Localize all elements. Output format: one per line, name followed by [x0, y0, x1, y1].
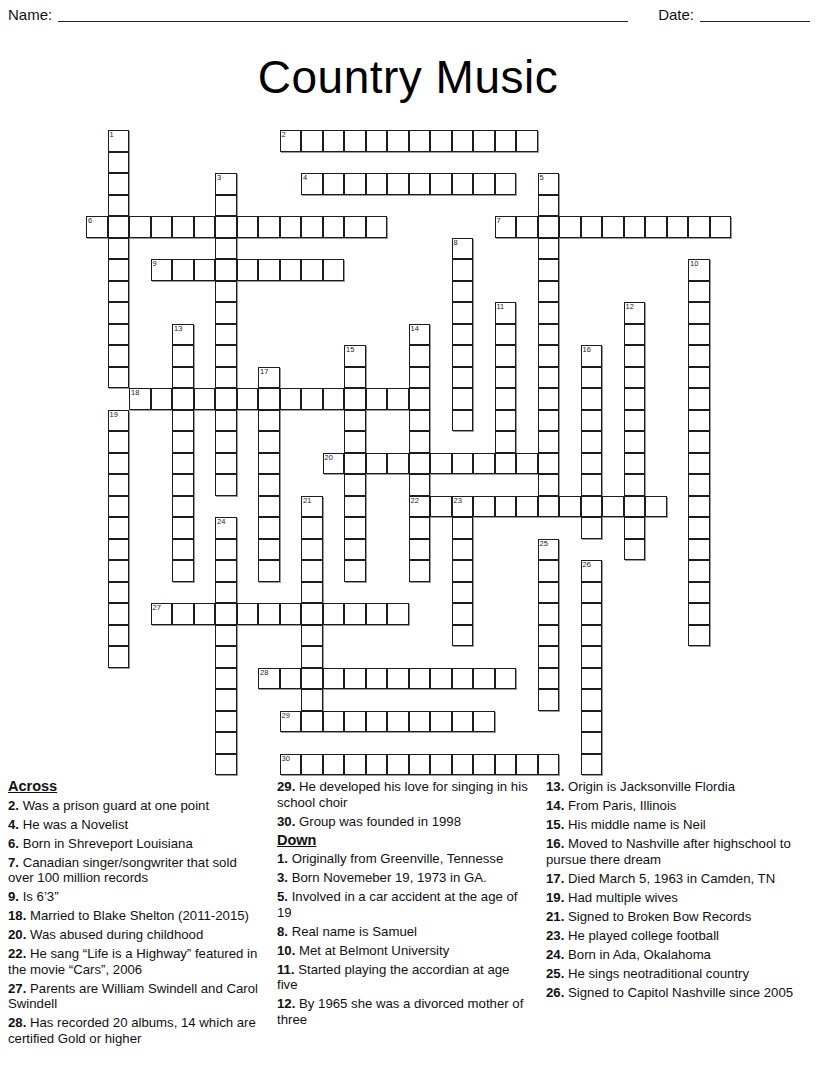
- grid-cell[interactable]: [323, 216, 345, 238]
- grid-cell[interactable]: [215, 539, 237, 561]
- grid-cell[interactable]: [387, 130, 409, 152]
- grid-cell[interactable]: [215, 259, 237, 281]
- grid-cell[interactable]: [409, 517, 431, 539]
- grid-cell[interactable]: [430, 130, 452, 152]
- grid-cell[interactable]: [452, 625, 474, 647]
- grid-cell[interactable]: [495, 410, 517, 432]
- grid-cell[interactable]: [237, 388, 259, 410]
- grid-cell[interactable]: [538, 281, 560, 303]
- grid-cell[interactable]: [581, 410, 603, 432]
- grid-cell[interactable]: [409, 410, 431, 432]
- grid-cell[interactable]: [538, 367, 560, 389]
- grid-cell[interactable]: [280, 668, 302, 690]
- grid-cell[interactable]: [280, 388, 302, 410]
- grid-cell[interactable]: [688, 388, 710, 410]
- grid-cell[interactable]: [645, 216, 667, 238]
- grid-cell[interactable]: [688, 625, 710, 647]
- grid-cell[interactable]: [172, 367, 194, 389]
- grid-cell[interactable]: [688, 474, 710, 496]
- grid-cell[interactable]: [538, 216, 560, 238]
- grid-cell[interactable]: [409, 431, 431, 453]
- grid-cell[interactable]: [409, 754, 431, 776]
- grid-cell[interactable]: [624, 410, 646, 432]
- grid-cell[interactable]: [688, 302, 710, 324]
- grid-cell[interactable]: [108, 453, 130, 475]
- grid-cell[interactable]: [409, 130, 431, 152]
- grid-cell[interactable]: 28: [258, 668, 280, 690]
- grid-cell[interactable]: [387, 754, 409, 776]
- grid-cell[interactable]: [344, 388, 366, 410]
- grid-cell[interactable]: [452, 668, 474, 690]
- grid-cell[interactable]: [538, 238, 560, 260]
- grid-cell[interactable]: 1: [108, 130, 130, 152]
- grid-cell[interactable]: [624, 216, 646, 238]
- grid-cell[interactable]: [538, 302, 560, 324]
- grid-cell[interactable]: [172, 496, 194, 518]
- grid-cell[interactable]: [624, 388, 646, 410]
- grid-cell[interactable]: [473, 453, 495, 475]
- grid-cell[interactable]: [108, 582, 130, 604]
- grid-cell[interactable]: 2: [280, 130, 302, 152]
- grid-cell[interactable]: [215, 388, 237, 410]
- grid-cell[interactable]: [538, 689, 560, 711]
- grid-cell[interactable]: [452, 173, 474, 195]
- grid-cell[interactable]: [108, 195, 130, 217]
- grid-cell[interactable]: [495, 453, 517, 475]
- grid-cell[interactable]: [366, 173, 388, 195]
- grid-cell[interactable]: [538, 668, 560, 690]
- grid-cell[interactable]: [452, 259, 474, 281]
- grid-cell[interactable]: [280, 603, 302, 625]
- grid-cell[interactable]: [258, 216, 280, 238]
- grid-cell[interactable]: [538, 582, 560, 604]
- grid-cell[interactable]: [301, 689, 323, 711]
- grid-cell[interactable]: [516, 453, 538, 475]
- grid-cell[interactable]: [452, 711, 474, 733]
- grid-cell[interactable]: [516, 496, 538, 518]
- grid-cell[interactable]: [215, 216, 237, 238]
- grid-cell[interactable]: [301, 388, 323, 410]
- grid-cell[interactable]: 13: [172, 324, 194, 346]
- grid-cell[interactable]: [688, 216, 710, 238]
- grid-cell[interactable]: [538, 410, 560, 432]
- grid-cell[interactable]: [280, 259, 302, 281]
- grid-cell[interactable]: [430, 453, 452, 475]
- grid-cell[interactable]: 9: [151, 259, 173, 281]
- grid-cell[interactable]: 8: [452, 238, 474, 260]
- grid-cell[interactable]: [237, 259, 259, 281]
- grid-cell[interactable]: 17: [258, 367, 280, 389]
- grid-cell[interactable]: [495, 754, 517, 776]
- grid-cell[interactable]: [516, 754, 538, 776]
- grid-cell[interactable]: [323, 388, 345, 410]
- grid-cell[interactable]: [258, 496, 280, 518]
- grid-cell[interactable]: [495, 668, 517, 690]
- grid-cell[interactable]: [559, 496, 581, 518]
- grid-cell[interactable]: [366, 130, 388, 152]
- grid-cell[interactable]: [581, 216, 603, 238]
- grid-cell[interactable]: [559, 216, 581, 238]
- grid-cell[interactable]: 5: [538, 173, 560, 195]
- grid-cell[interactable]: [108, 324, 130, 346]
- grid-cell[interactable]: [581, 711, 603, 733]
- grid-cell[interactable]: 3: [215, 173, 237, 195]
- grid-cell[interactable]: [624, 431, 646, 453]
- grid-cell[interactable]: [538, 324, 560, 346]
- grid-cell[interactable]: [452, 367, 474, 389]
- grid-cell[interactable]: [108, 539, 130, 561]
- grid-cell[interactable]: 29: [280, 711, 302, 733]
- grid-cell[interactable]: 20: [323, 453, 345, 475]
- grid-cell[interactable]: [301, 625, 323, 647]
- grid-cell[interactable]: [215, 582, 237, 604]
- grid-cell[interactable]: [215, 668, 237, 690]
- grid-cell[interactable]: 18: [129, 388, 151, 410]
- grid-cell[interactable]: [258, 388, 280, 410]
- grid-cell[interactable]: [215, 324, 237, 346]
- grid-cell[interactable]: [366, 754, 388, 776]
- grid-cell[interactable]: [172, 517, 194, 539]
- grid-cell[interactable]: [581, 625, 603, 647]
- grid-cell[interactable]: [108, 625, 130, 647]
- date-blank-line[interactable]: [700, 4, 810, 22]
- grid-cell[interactable]: [430, 173, 452, 195]
- grid-cell[interactable]: [688, 517, 710, 539]
- grid-cell[interactable]: [409, 474, 431, 496]
- grid-cell[interactable]: 24: [215, 517, 237, 539]
- grid-cell[interactable]: [108, 431, 130, 453]
- grid-cell[interactable]: [452, 603, 474, 625]
- grid-cell[interactable]: [538, 496, 560, 518]
- grid-cell[interactable]: [516, 216, 538, 238]
- grid-cell[interactable]: 23: [452, 496, 474, 518]
- grid-cell[interactable]: [538, 474, 560, 496]
- grid-cell[interactable]: 11: [495, 302, 517, 324]
- grid-cell[interactable]: [258, 603, 280, 625]
- grid-cell[interactable]: [409, 668, 431, 690]
- grid-cell[interactable]: [581, 496, 603, 518]
- grid-cell[interactable]: [151, 216, 173, 238]
- grid-cell[interactable]: [215, 238, 237, 260]
- grid-cell[interactable]: [688, 410, 710, 432]
- grid-cell[interactable]: [409, 367, 431, 389]
- grid-cell[interactable]: [452, 302, 474, 324]
- grid-cell[interactable]: 15: [344, 345, 366, 367]
- grid-cell[interactable]: [688, 582, 710, 604]
- grid-cell[interactable]: [430, 711, 452, 733]
- grid-cell[interactable]: [108, 238, 130, 260]
- grid-cell[interactable]: [344, 130, 366, 152]
- grid-cell[interactable]: [538, 388, 560, 410]
- grid-cell[interactable]: [710, 216, 732, 238]
- grid-cell[interactable]: [387, 453, 409, 475]
- grid-cell[interactable]: [215, 281, 237, 303]
- grid-cell[interactable]: [495, 324, 517, 346]
- grid-cell[interactable]: [430, 496, 452, 518]
- grid-cell[interactable]: [172, 603, 194, 625]
- grid-cell[interactable]: 10: [688, 259, 710, 281]
- grid-cell[interactable]: [172, 410, 194, 432]
- grid-cell[interactable]: [538, 560, 560, 582]
- grid-cell[interactable]: [688, 453, 710, 475]
- grid-cell[interactable]: [624, 453, 646, 475]
- grid-cell[interactable]: [108, 173, 130, 195]
- grid-cell[interactable]: [151, 388, 173, 410]
- grid-cell[interactable]: [538, 646, 560, 668]
- grid-cell[interactable]: [581, 646, 603, 668]
- grid-cell[interactable]: [344, 711, 366, 733]
- grid-cell[interactable]: [301, 216, 323, 238]
- grid-cell[interactable]: [581, 517, 603, 539]
- grid-cell[interactable]: [581, 453, 603, 475]
- grid-cell[interactable]: [409, 173, 431, 195]
- grid-cell[interactable]: 27: [151, 603, 173, 625]
- grid-cell[interactable]: [624, 367, 646, 389]
- grid-cell[interactable]: [301, 603, 323, 625]
- grid-cell[interactable]: 21: [301, 496, 323, 518]
- grid-cell[interactable]: [344, 173, 366, 195]
- grid-cell[interactable]: [366, 668, 388, 690]
- grid-cell[interactable]: [473, 130, 495, 152]
- grid-cell[interactable]: [323, 130, 345, 152]
- grid-cell[interactable]: [108, 646, 130, 668]
- grid-cell[interactable]: [688, 603, 710, 625]
- grid-cell[interactable]: [237, 216, 259, 238]
- grid-cell[interactable]: [215, 603, 237, 625]
- grid-cell[interactable]: [215, 732, 237, 754]
- grid-cell[interactable]: [645, 496, 667, 518]
- grid-cell[interactable]: [301, 539, 323, 561]
- grid-cell[interactable]: [194, 216, 216, 238]
- grid-cell[interactable]: [108, 152, 130, 174]
- grid-cell[interactable]: [409, 388, 431, 410]
- grid-cell[interactable]: [172, 259, 194, 281]
- grid-cell[interactable]: 16: [581, 345, 603, 367]
- grid-cell[interactable]: [538, 754, 560, 776]
- grid-cell[interactable]: [688, 496, 710, 518]
- grid-cell[interactable]: [409, 453, 431, 475]
- grid-cell[interactable]: [172, 560, 194, 582]
- grid-cell[interactable]: [538, 453, 560, 475]
- grid-cell[interactable]: [215, 410, 237, 432]
- grid-cell[interactable]: [581, 689, 603, 711]
- grid-cell[interactable]: [581, 754, 603, 776]
- grid-cell[interactable]: [344, 431, 366, 453]
- grid-cell[interactable]: [409, 560, 431, 582]
- grid-cell[interactable]: [366, 453, 388, 475]
- grid-cell[interactable]: [258, 517, 280, 539]
- grid-cell[interactable]: [108, 345, 130, 367]
- grid-cell[interactable]: [473, 496, 495, 518]
- grid-cell[interactable]: 12: [624, 302, 646, 324]
- grid-cell[interactable]: [452, 345, 474, 367]
- grid-cell[interactable]: 25: [538, 539, 560, 561]
- grid-cell[interactable]: [301, 130, 323, 152]
- grid-cell[interactable]: [581, 388, 603, 410]
- grid-cell[interactable]: [301, 582, 323, 604]
- grid-cell[interactable]: [452, 539, 474, 561]
- grid-cell[interactable]: [624, 345, 646, 367]
- grid-cell[interactable]: [172, 345, 194, 367]
- grid-cell[interactable]: [473, 711, 495, 733]
- grid-cell[interactable]: 7: [495, 216, 517, 238]
- grid-cell[interactable]: [624, 517, 646, 539]
- grid-cell[interactable]: [495, 130, 517, 152]
- grid-cell[interactable]: [581, 474, 603, 496]
- grid-cell[interactable]: [215, 560, 237, 582]
- grid-cell[interactable]: [215, 625, 237, 647]
- grid-cell[interactable]: [495, 431, 517, 453]
- grid-cell[interactable]: [344, 754, 366, 776]
- grid-cell[interactable]: [258, 474, 280, 496]
- grid-cell[interactable]: [301, 754, 323, 776]
- grid-cell[interactable]: [495, 496, 517, 518]
- grid-cell[interactable]: [172, 431, 194, 453]
- grid-cell[interactable]: [108, 281, 130, 303]
- grid-cell[interactable]: [258, 453, 280, 475]
- grid-cell[interactable]: [108, 517, 130, 539]
- grid-cell[interactable]: [452, 560, 474, 582]
- grid-cell[interactable]: [409, 345, 431, 367]
- grid-cell[interactable]: [323, 603, 345, 625]
- grid-cell[interactable]: [452, 582, 474, 604]
- grid-cell[interactable]: [495, 388, 517, 410]
- grid-cell[interactable]: [624, 539, 646, 561]
- grid-cell[interactable]: [538, 431, 560, 453]
- grid-cell[interactable]: [473, 668, 495, 690]
- grid-cell[interactable]: [667, 216, 689, 238]
- grid-cell[interactable]: [215, 345, 237, 367]
- grid-cell[interactable]: [409, 539, 431, 561]
- grid-cell[interactable]: [108, 367, 130, 389]
- grid-cell[interactable]: [387, 173, 409, 195]
- grid-cell[interactable]: [323, 754, 345, 776]
- grid-cell[interactable]: [538, 603, 560, 625]
- grid-cell[interactable]: [688, 539, 710, 561]
- grid-cell[interactable]: [344, 216, 366, 238]
- grid-cell[interactable]: [452, 324, 474, 346]
- grid-cell[interactable]: [215, 646, 237, 668]
- grid-cell[interactable]: [108, 603, 130, 625]
- grid-cell[interactable]: [538, 345, 560, 367]
- grid-cell[interactable]: [215, 689, 237, 711]
- grid-cell[interactable]: [215, 453, 237, 475]
- grid-cell[interactable]: [108, 474, 130, 496]
- grid-cell[interactable]: [323, 173, 345, 195]
- grid-cell[interactable]: [581, 668, 603, 690]
- grid-cell[interactable]: [344, 496, 366, 518]
- grid-cell[interactable]: [194, 388, 216, 410]
- grid-cell[interactable]: [430, 668, 452, 690]
- grid-cell[interactable]: 22: [409, 496, 431, 518]
- grid-cell[interactable]: [237, 603, 259, 625]
- grid-cell[interactable]: [624, 324, 646, 346]
- grid-cell[interactable]: [215, 367, 237, 389]
- grid-cell[interactable]: [452, 281, 474, 303]
- grid-cell[interactable]: [215, 195, 237, 217]
- grid-cell[interactable]: [323, 259, 345, 281]
- grid-cell[interactable]: [344, 539, 366, 561]
- grid-cell[interactable]: [258, 259, 280, 281]
- grid-cell[interactable]: [495, 173, 517, 195]
- grid-cell[interactable]: [387, 668, 409, 690]
- grid-cell[interactable]: [452, 754, 474, 776]
- grid-cell[interactable]: [194, 259, 216, 281]
- grid-cell[interactable]: [624, 474, 646, 496]
- grid-cell[interactable]: [473, 173, 495, 195]
- grid-cell[interactable]: [366, 388, 388, 410]
- grid-cell[interactable]: [215, 474, 237, 496]
- grid-cell[interactable]: [108, 259, 130, 281]
- grid-cell[interactable]: [301, 668, 323, 690]
- grid-cell[interactable]: [172, 539, 194, 561]
- grid-cell[interactable]: [344, 367, 366, 389]
- grid-cell[interactable]: [172, 474, 194, 496]
- grid-cell[interactable]: [301, 711, 323, 733]
- grid-cell[interactable]: [344, 517, 366, 539]
- grid-cell[interactable]: [452, 388, 474, 410]
- grid-cell[interactable]: [258, 410, 280, 432]
- grid-cell[interactable]: [366, 711, 388, 733]
- grid-cell[interactable]: [301, 646, 323, 668]
- grid-cell[interactable]: [452, 410, 474, 432]
- grid-cell[interactable]: [301, 560, 323, 582]
- grid-cell[interactable]: [430, 754, 452, 776]
- grid-cell[interactable]: [581, 582, 603, 604]
- grid-cell[interactable]: [172, 216, 194, 238]
- grid-cell[interactable]: [344, 474, 366, 496]
- grid-cell[interactable]: 4: [301, 173, 323, 195]
- grid-cell[interactable]: [688, 324, 710, 346]
- grid-cell[interactable]: [215, 302, 237, 324]
- grid-cell[interactable]: [215, 431, 237, 453]
- grid-cell[interactable]: [323, 668, 345, 690]
- grid-cell[interactable]: [194, 603, 216, 625]
- grid-cell[interactable]: [409, 711, 431, 733]
- grid-cell[interactable]: [108, 560, 130, 582]
- grid-cell[interactable]: [602, 216, 624, 238]
- grid-cell[interactable]: [581, 732, 603, 754]
- grid-cell[interactable]: [452, 130, 474, 152]
- grid-cell[interactable]: [323, 711, 345, 733]
- grid-cell[interactable]: [366, 603, 388, 625]
- grid-cell[interactable]: [495, 345, 517, 367]
- grid-cell[interactable]: [129, 216, 151, 238]
- grid-cell[interactable]: [538, 625, 560, 647]
- grid-cell[interactable]: [581, 367, 603, 389]
- grid-cell[interactable]: [473, 754, 495, 776]
- grid-cell[interactable]: [602, 496, 624, 518]
- grid-cell[interactable]: [215, 711, 237, 733]
- grid-cell[interactable]: [581, 431, 603, 453]
- grid-cell[interactable]: [688, 345, 710, 367]
- grid-cell[interactable]: 6: [86, 216, 108, 238]
- grid-cell[interactable]: [258, 431, 280, 453]
- grid-cell[interactable]: [387, 711, 409, 733]
- grid-cell[interactable]: [688, 281, 710, 303]
- grid-cell[interactable]: [172, 388, 194, 410]
- grid-cell[interactable]: [344, 453, 366, 475]
- grid-cell[interactable]: [301, 259, 323, 281]
- grid-cell[interactable]: [258, 539, 280, 561]
- grid-cell[interactable]: [516, 130, 538, 152]
- grid-cell[interactable]: [495, 367, 517, 389]
- grid-cell[interactable]: 26: [581, 560, 603, 582]
- grid-cell[interactable]: 30: [280, 754, 302, 776]
- grid-cell[interactable]: [688, 431, 710, 453]
- grid-cell[interactable]: 14: [409, 324, 431, 346]
- grid-cell[interactable]: [366, 216, 388, 238]
